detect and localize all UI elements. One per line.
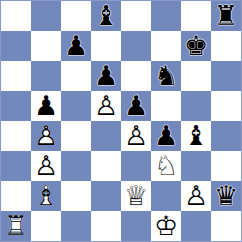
square-b5[interactable]: ♟ [31,91,61,121]
square-h7[interactable] [211,31,241,61]
square-g8[interactable] [181,1,211,31]
square-b6[interactable] [31,61,61,91]
square-a5[interactable] [1,91,31,121]
black-bishop-glyph: ♝ [181,121,211,151]
black-knight-glyph: ♞ [151,61,181,91]
piece-white-bishop[interactable]: ♝♗ [31,181,61,211]
square-e6[interactable] [121,61,151,91]
square-g6[interactable] [181,61,211,91]
square-e7[interactable] [121,31,151,61]
square-d6[interactable]: ♟ [91,61,121,91]
white-pawn-outline: ♙ [181,181,211,211]
square-h6[interactable] [211,61,241,91]
square-g1[interactable] [181,211,211,241]
square-h3[interactable] [211,151,241,181]
square-g7[interactable]: ♚ [181,31,211,61]
chess-board-wrapper: ♝♜♟♚♟♞♟♟♙♟♟♙♟♙♟♝♟♙♞♘♝♗♛♕♟♙♛♜♖♚♔ [0,0,242,242]
square-f8[interactable] [151,1,181,31]
black-pawn-glyph: ♟ [31,91,61,121]
square-g2[interactable]: ♟♙ [181,181,211,211]
square-e4[interactable]: ♟♙ [121,121,151,151]
piece-black-queen[interactable]: ♛ [211,181,241,211]
square-e1[interactable] [121,211,151,241]
piece-black-pawn[interactable]: ♟ [151,121,181,151]
square-f4[interactable]: ♟ [151,121,181,151]
square-c2[interactable] [61,181,91,211]
black-pawn-glyph: ♟ [91,61,121,91]
black-queen-glyph: ♛ [211,181,241,211]
square-e5[interactable]: ♟ [121,91,151,121]
piece-black-knight[interactable]: ♞ [151,61,181,91]
black-king-glyph: ♚ [181,31,211,61]
square-c3[interactable] [61,151,91,181]
white-bishop-outline: ♗ [31,181,61,211]
square-h8[interactable]: ♜ [211,1,241,31]
piece-white-pawn[interactable]: ♟♙ [91,91,121,121]
piece-white-queen[interactable]: ♛♕ [121,181,151,211]
square-g3[interactable] [181,151,211,181]
white-pawn-outline: ♙ [91,91,121,121]
piece-black-pawn[interactable]: ♟ [31,91,61,121]
white-pawn-outline: ♙ [31,121,61,151]
piece-black-pawn[interactable]: ♟ [91,61,121,91]
square-a2[interactable] [1,181,31,211]
square-b2[interactable]: ♝♗ [31,181,61,211]
square-f6[interactable]: ♞ [151,61,181,91]
piece-white-knight[interactable]: ♞♘ [151,151,181,181]
square-d4[interactable] [91,121,121,151]
piece-white-pawn[interactable]: ♟♙ [121,121,151,151]
square-c4[interactable] [61,121,91,151]
square-h2[interactable]: ♛ [211,181,241,211]
piece-white-rook[interactable]: ♜♖ [1,211,31,241]
piece-black-bishop[interactable]: ♝ [181,121,211,151]
piece-black-pawn[interactable]: ♟ [61,31,91,61]
piece-white-pawn[interactable]: ♟♙ [31,151,61,181]
square-a6[interactable] [1,61,31,91]
square-g4[interactable]: ♝ [181,121,211,151]
square-h5[interactable] [211,91,241,121]
square-c8[interactable] [61,1,91,31]
black-rook-glyph: ♜ [211,1,241,31]
white-queen-outline: ♕ [121,181,151,211]
square-f3[interactable]: ♞♘ [151,151,181,181]
square-d7[interactable] [91,31,121,61]
square-d1[interactable] [91,211,121,241]
piece-white-pawn[interactable]: ♟♙ [31,121,61,151]
square-d3[interactable] [91,151,121,181]
square-b7[interactable] [31,31,61,61]
square-c5[interactable] [61,91,91,121]
black-pawn-glyph: ♟ [61,31,91,61]
square-f7[interactable] [151,31,181,61]
square-a4[interactable] [1,121,31,151]
square-b1[interactable] [31,211,61,241]
square-d2[interactable] [91,181,121,211]
square-c6[interactable] [61,61,91,91]
white-king-outline: ♔ [151,211,181,241]
piece-black-pawn[interactable]: ♟ [121,91,151,121]
square-a8[interactable] [1,1,31,31]
black-bishop-glyph: ♝ [91,1,121,31]
square-b8[interactable] [31,1,61,31]
square-a1[interactable]: ♜♖ [1,211,31,241]
black-pawn-glyph: ♟ [151,121,181,151]
square-c7[interactable]: ♟ [61,31,91,61]
piece-black-king[interactable]: ♚ [181,31,211,61]
square-f2[interactable] [151,181,181,211]
white-rook-outline: ♖ [1,211,31,241]
square-b4[interactable]: ♟♙ [31,121,61,151]
square-d5[interactable]: ♟♙ [91,91,121,121]
square-e8[interactable] [121,1,151,31]
square-b3[interactable]: ♟♙ [31,151,61,181]
square-c1[interactable] [61,211,91,241]
square-h4[interactable] [211,121,241,151]
white-pawn-outline: ♙ [31,151,61,181]
square-e2[interactable]: ♛♕ [121,181,151,211]
piece-white-pawn[interactable]: ♟♙ [181,181,211,211]
square-g5[interactable] [181,91,211,121]
square-f1[interactable]: ♚♔ [151,211,181,241]
square-a3[interactable] [1,151,31,181]
square-d8[interactable]: ♝ [91,1,121,31]
black-pawn-glyph: ♟ [121,91,151,121]
square-h1[interactable] [211,211,241,241]
chess-board: ♝♜♟♚♟♞♟♟♙♟♟♙♟♙♟♝♟♙♞♘♝♗♛♕♟♙♛♜♖♚♔ [0,0,242,242]
square-a7[interactable] [1,31,31,61]
square-e3[interactable] [121,151,151,181]
piece-black-rook[interactable]: ♜ [211,1,241,31]
white-pawn-outline: ♙ [121,121,151,151]
square-f5[interactable] [151,91,181,121]
piece-white-king[interactable]: ♚♔ [151,211,181,241]
piece-black-bishop[interactable]: ♝ [91,1,121,31]
white-knight-outline: ♘ [151,151,181,181]
